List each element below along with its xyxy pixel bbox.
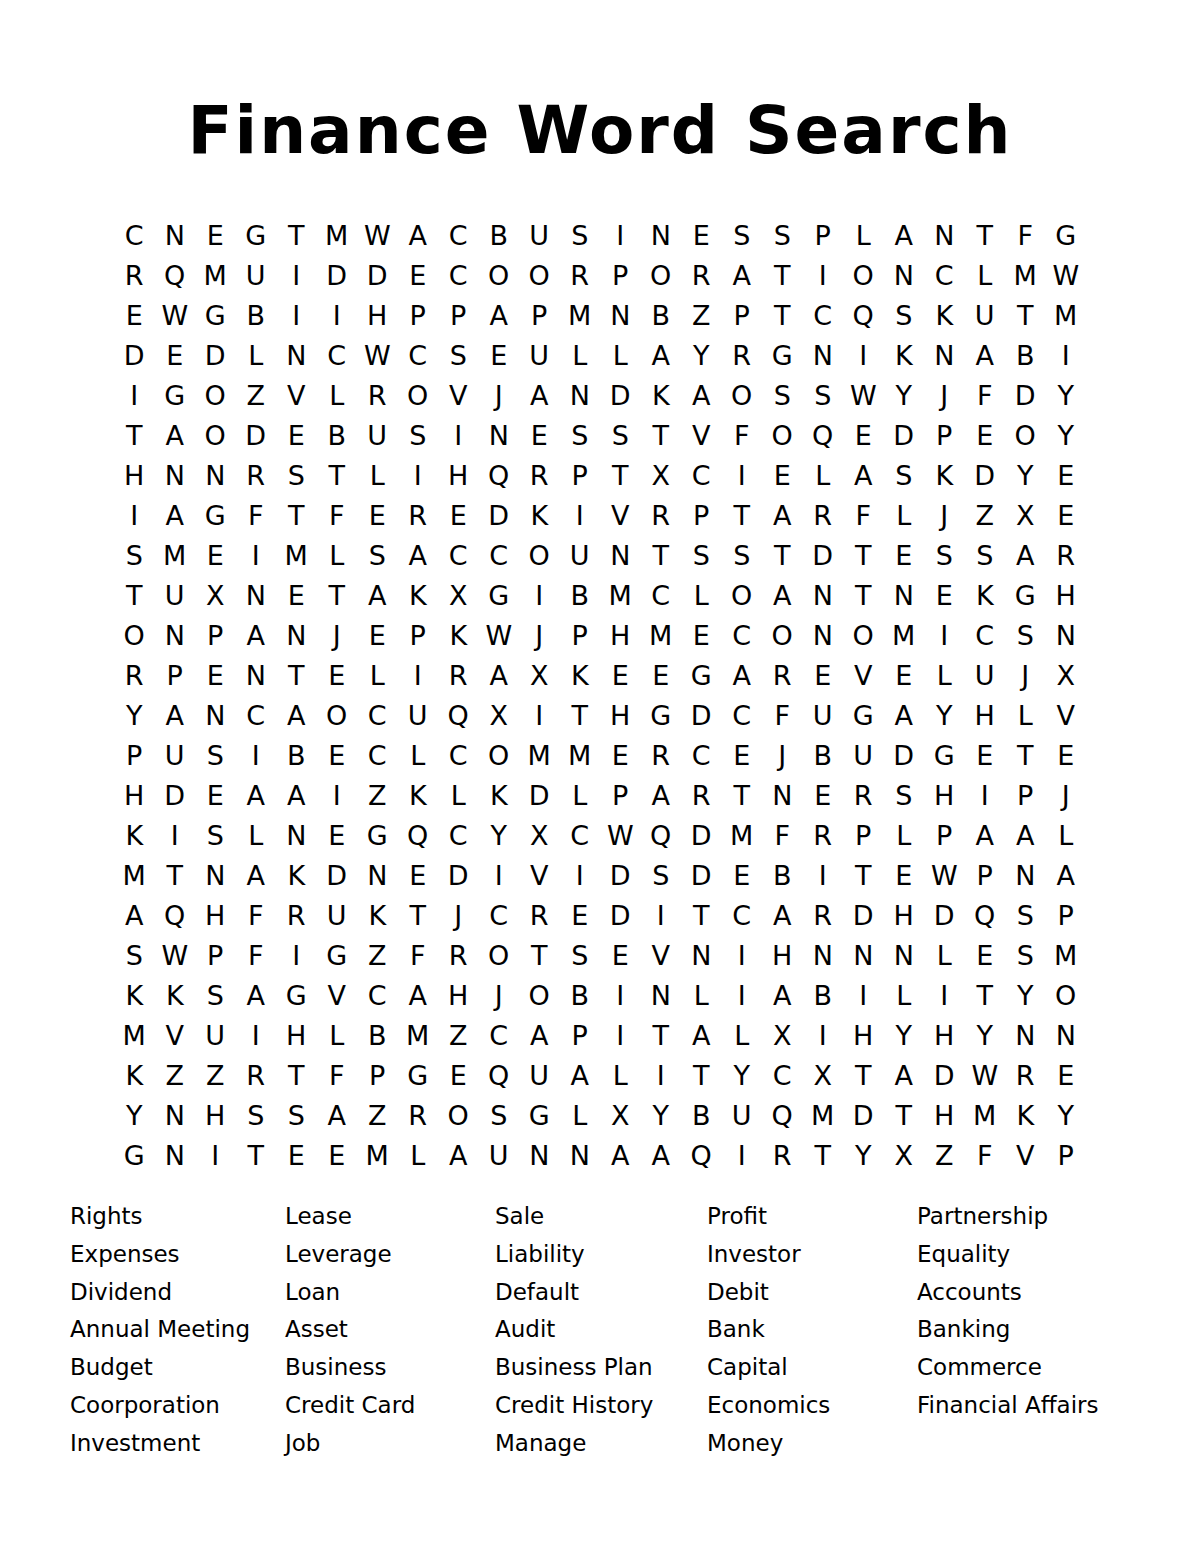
grid-cell[interactable]: X xyxy=(600,1095,641,1135)
grid-cell[interactable]: U xyxy=(155,575,196,615)
grid-cell[interactable]: E xyxy=(762,455,803,495)
grid-cell[interactable]: A xyxy=(762,495,803,535)
grid-cell[interactable]: P xyxy=(965,855,1006,895)
grid-cell[interactable]: S xyxy=(722,535,763,575)
grid-cell[interactable]: N xyxy=(560,375,601,415)
grid-cell[interactable]: C xyxy=(398,335,439,375)
grid-cell[interactable]: V xyxy=(843,655,884,695)
grid-cell[interactable]: R xyxy=(438,655,479,695)
grid-cell[interactable]: S xyxy=(560,415,601,455)
grid-cell[interactable]: H xyxy=(924,775,965,815)
grid-cell[interactable]: P xyxy=(195,615,236,655)
grid-cell[interactable]: U xyxy=(560,535,601,575)
grid-cell[interactable]: L xyxy=(317,1015,358,1055)
grid-cell[interactable]: T xyxy=(762,255,803,295)
grid-cell[interactable]: B xyxy=(479,215,520,255)
grid-cell[interactable]: G xyxy=(681,655,722,695)
grid-cell[interactable]: M xyxy=(357,1135,398,1175)
grid-cell[interactable]: U xyxy=(519,215,560,255)
grid-cell[interactable]: B xyxy=(803,975,844,1015)
grid-cell[interactable]: I xyxy=(641,895,682,935)
grid-cell[interactable]: A xyxy=(479,295,520,335)
grid-cell[interactable]: S xyxy=(762,375,803,415)
grid-cell[interactable]: O xyxy=(195,375,236,415)
grid-cell[interactable]: E xyxy=(195,775,236,815)
grid-cell[interactable]: V xyxy=(1005,1135,1046,1175)
grid-cell[interactable]: R xyxy=(722,335,763,375)
grid-cell[interactable]: L xyxy=(357,655,398,695)
grid-cell[interactable]: A xyxy=(236,615,277,655)
grid-cell[interactable]: J xyxy=(438,895,479,935)
grid-cell[interactable]: S xyxy=(398,415,439,455)
grid-cell[interactable]: A xyxy=(317,1095,358,1135)
grid-cell[interactable]: V xyxy=(438,375,479,415)
grid-cell[interactable]: X xyxy=(438,575,479,615)
grid-cell[interactable]: E xyxy=(479,335,520,375)
grid-cell[interactable]: Y xyxy=(1005,975,1046,1015)
grid-cell[interactable]: E xyxy=(681,215,722,255)
grid-cell[interactable]: I xyxy=(722,455,763,495)
grid-cell[interactable]: D xyxy=(681,695,722,735)
grid-cell[interactable]: I xyxy=(236,735,277,775)
grid-cell[interactable]: J xyxy=(1046,775,1087,815)
grid-cell[interactable]: A xyxy=(357,575,398,615)
grid-cell[interactable]: W xyxy=(1046,255,1087,295)
grid-cell[interactable]: D xyxy=(155,775,196,815)
grid-cell[interactable]: S xyxy=(924,535,965,575)
grid-cell[interactable]: L xyxy=(681,975,722,1015)
grid-cell[interactable]: W xyxy=(357,335,398,375)
grid-cell[interactable]: H xyxy=(114,455,155,495)
grid-cell[interactable]: K xyxy=(155,975,196,1015)
grid-cell[interactable]: N xyxy=(924,215,965,255)
grid-cell[interactable]: C xyxy=(479,535,520,575)
grid-cell[interactable]: L xyxy=(1046,815,1087,855)
grid-cell[interactable]: N xyxy=(641,975,682,1015)
grid-cell[interactable]: A xyxy=(641,1135,682,1175)
grid-cell[interactable]: S xyxy=(479,1095,520,1135)
grid-cell[interactable]: V xyxy=(681,415,722,455)
grid-cell[interactable]: N xyxy=(600,535,641,575)
grid-cell[interactable]: E xyxy=(155,335,196,375)
grid-cell[interactable]: A xyxy=(722,255,763,295)
grid-cell[interactable]: K xyxy=(114,815,155,855)
grid-cell[interactable]: E xyxy=(1046,735,1087,775)
grid-cell[interactable]: M xyxy=(114,1015,155,1055)
grid-cell[interactable]: O xyxy=(843,615,884,655)
grid-cell[interactable]: B xyxy=(317,415,358,455)
grid-cell[interactable]: I xyxy=(236,535,277,575)
grid-cell[interactable]: I xyxy=(317,775,358,815)
grid-cell[interactable]: I xyxy=(924,615,965,655)
grid-cell[interactable]: H xyxy=(924,1095,965,1135)
grid-cell[interactable]: O xyxy=(317,695,358,735)
grid-cell[interactable]: N xyxy=(803,575,844,615)
grid-cell[interactable]: K xyxy=(114,1055,155,1095)
grid-cell[interactable]: C xyxy=(479,895,520,935)
grid-cell[interactable]: S xyxy=(195,815,236,855)
grid-cell[interactable]: E xyxy=(1046,495,1087,535)
grid-cell[interactable]: H xyxy=(357,295,398,335)
grid-cell[interactable]: D xyxy=(681,855,722,895)
grid-cell[interactable]: O xyxy=(722,375,763,415)
grid-cell[interactable]: B xyxy=(762,855,803,895)
grid-cell[interactable]: C xyxy=(722,615,763,655)
grid-cell[interactable]: T xyxy=(398,895,439,935)
grid-cell[interactable]: E xyxy=(722,855,763,895)
grid-cell[interactable]: N xyxy=(803,335,844,375)
grid-cell[interactable]: K xyxy=(398,575,439,615)
grid-cell[interactable]: H xyxy=(924,1015,965,1055)
grid-cell[interactable]: I xyxy=(560,855,601,895)
grid-cell[interactable]: L xyxy=(722,1015,763,1055)
grid-cell[interactable]: S xyxy=(276,455,317,495)
grid-cell[interactable]: P xyxy=(398,615,439,655)
grid-cell[interactable]: I xyxy=(600,975,641,1015)
grid-cell[interactable]: U xyxy=(519,1055,560,1095)
grid-cell[interactable]: Q xyxy=(803,415,844,455)
grid-cell[interactable]: C xyxy=(114,215,155,255)
grid-cell[interactable]: A xyxy=(762,895,803,935)
grid-cell[interactable]: W xyxy=(965,1055,1006,1095)
grid-cell[interactable]: A xyxy=(722,655,763,695)
grid-cell[interactable]: S xyxy=(195,975,236,1015)
grid-cell[interactable]: G xyxy=(195,295,236,335)
grid-cell[interactable]: C xyxy=(722,895,763,935)
grid-cell[interactable]: B xyxy=(560,975,601,1015)
grid-cell[interactable]: O xyxy=(519,255,560,295)
grid-cell[interactable]: A xyxy=(884,215,925,255)
grid-cell[interactable]: C xyxy=(924,255,965,295)
grid-cell[interactable]: F xyxy=(236,935,277,975)
grid-cell[interactable]: P xyxy=(924,815,965,855)
grid-cell[interactable]: U xyxy=(479,1135,520,1175)
grid-cell[interactable]: C xyxy=(762,1055,803,1095)
grid-cell[interactable]: E xyxy=(722,735,763,775)
grid-cell[interactable]: A xyxy=(1046,855,1087,895)
grid-cell[interactable]: T xyxy=(276,655,317,695)
grid-cell[interactable]: T xyxy=(114,575,155,615)
grid-cell[interactable]: Q xyxy=(155,255,196,295)
grid-cell[interactable]: X xyxy=(519,655,560,695)
grid-cell[interactable]: A xyxy=(155,695,196,735)
grid-cell[interactable]: L xyxy=(560,335,601,375)
grid-cell[interactable]: E xyxy=(519,415,560,455)
grid-cell[interactable]: M xyxy=(1005,255,1046,295)
grid-cell[interactable]: Y xyxy=(843,1135,884,1175)
grid-cell[interactable]: F xyxy=(843,495,884,535)
grid-cell[interactable]: N xyxy=(681,935,722,975)
grid-cell[interactable]: N xyxy=(155,615,196,655)
grid-cell[interactable]: Z xyxy=(924,1135,965,1175)
grid-cell[interactable]: L xyxy=(924,655,965,695)
grid-cell[interactable]: X xyxy=(1005,495,1046,535)
grid-cell[interactable]: J xyxy=(479,975,520,1015)
grid-cell[interactable]: G xyxy=(762,335,803,375)
grid-cell[interactable]: D xyxy=(479,495,520,535)
grid-cell[interactable]: G xyxy=(114,1135,155,1175)
grid-cell[interactable]: Y xyxy=(1005,455,1046,495)
grid-cell[interactable]: X xyxy=(1046,655,1087,695)
grid-cell[interactable]: V xyxy=(276,375,317,415)
grid-cell[interactable]: T xyxy=(641,535,682,575)
grid-cell[interactable]: R xyxy=(398,495,439,535)
grid-cell[interactable]: F xyxy=(722,415,763,455)
grid-cell[interactable]: T xyxy=(722,495,763,535)
grid-cell[interactable]: M xyxy=(155,535,196,575)
grid-cell[interactable]: J xyxy=(317,615,358,655)
grid-cell[interactable]: C xyxy=(479,1015,520,1055)
grid-cell[interactable]: M xyxy=(641,615,682,655)
grid-cell[interactable]: O xyxy=(479,255,520,295)
grid-cell[interactable]: F xyxy=(398,935,439,975)
grid-cell[interactable]: J xyxy=(924,375,965,415)
grid-cell[interactable]: K xyxy=(965,575,1006,615)
grid-cell[interactable]: Y xyxy=(114,695,155,735)
grid-cell[interactable]: F xyxy=(317,1055,358,1095)
grid-cell[interactable]: O xyxy=(843,255,884,295)
grid-cell[interactable]: H xyxy=(762,935,803,975)
grid-cell[interactable]: N xyxy=(1005,855,1046,895)
grid-cell[interactable]: S xyxy=(884,295,925,335)
grid-cell[interactable]: N xyxy=(600,295,641,335)
grid-cell[interactable]: D xyxy=(965,455,1006,495)
grid-cell[interactable]: I xyxy=(519,575,560,615)
grid-cell[interactable]: I xyxy=(398,455,439,495)
grid-cell[interactable]: S xyxy=(438,335,479,375)
grid-cell[interactable]: T xyxy=(803,1135,844,1175)
grid-cell[interactable]: N xyxy=(276,815,317,855)
grid-cell[interactable]: D xyxy=(114,335,155,375)
grid-cell[interactable]: I xyxy=(641,1055,682,1095)
grid-cell[interactable]: I xyxy=(438,415,479,455)
grid-cell[interactable]: O xyxy=(519,535,560,575)
grid-cell[interactable]: P xyxy=(560,455,601,495)
grid-cell[interactable]: T xyxy=(560,695,601,735)
grid-cell[interactable]: A xyxy=(600,1135,641,1175)
grid-cell[interactable]: I xyxy=(722,975,763,1015)
grid-cell[interactable]: R xyxy=(1005,1055,1046,1095)
grid-cell[interactable]: T xyxy=(1005,295,1046,335)
grid-cell[interactable]: L xyxy=(357,455,398,495)
grid-cell[interactable]: V xyxy=(600,495,641,535)
grid-cell[interactable]: E xyxy=(317,655,358,695)
grid-cell[interactable]: Z xyxy=(155,1055,196,1095)
grid-cell[interactable]: C xyxy=(438,215,479,255)
grid-cell[interactable]: A xyxy=(236,775,277,815)
grid-cell[interactable]: I xyxy=(1046,335,1087,375)
grid-cell[interactable]: P xyxy=(1046,895,1087,935)
grid-cell[interactable]: G xyxy=(317,935,358,975)
grid-cell[interactable]: I xyxy=(924,975,965,1015)
grid-cell[interactable]: T xyxy=(843,855,884,895)
grid-cell[interactable]: A xyxy=(479,655,520,695)
grid-cell[interactable]: Z xyxy=(357,775,398,815)
grid-cell[interactable]: N xyxy=(803,935,844,975)
grid-cell[interactable]: C xyxy=(438,815,479,855)
grid-cell[interactable]: Y xyxy=(1046,415,1087,455)
grid-cell[interactable]: C xyxy=(965,615,1006,655)
grid-cell[interactable]: A xyxy=(398,975,439,1015)
grid-cell[interactable]: H xyxy=(600,695,641,735)
grid-cell[interactable]: B xyxy=(681,1095,722,1135)
grid-cell[interactable]: S xyxy=(965,535,1006,575)
grid-cell[interactable]: X xyxy=(195,575,236,615)
grid-cell[interactable]: A xyxy=(276,695,317,735)
grid-cell[interactable]: N xyxy=(843,935,884,975)
grid-cell[interactable]: I xyxy=(600,1015,641,1055)
grid-cell[interactable]: I xyxy=(803,255,844,295)
grid-cell[interactable]: I xyxy=(843,335,884,375)
grid-cell[interactable]: I xyxy=(965,775,1006,815)
grid-cell[interactable]: S xyxy=(1005,895,1046,935)
grid-cell[interactable]: D xyxy=(884,415,925,455)
grid-cell[interactable]: N xyxy=(1046,1015,1087,1055)
grid-cell[interactable]: E xyxy=(317,735,358,775)
grid-cell[interactable]: Y xyxy=(924,695,965,735)
grid-cell[interactable]: E xyxy=(1046,455,1087,495)
grid-cell[interactable]: Q xyxy=(155,895,196,935)
grid-cell[interactable]: S xyxy=(560,935,601,975)
grid-cell[interactable]: R xyxy=(762,655,803,695)
grid-cell[interactable]: I xyxy=(479,855,520,895)
grid-cell[interactable]: R xyxy=(560,255,601,295)
grid-cell[interactable]: T xyxy=(641,415,682,455)
grid-cell[interactable]: X xyxy=(641,455,682,495)
grid-cell[interactable]: R xyxy=(438,935,479,975)
grid-cell[interactable]: M xyxy=(803,1095,844,1135)
grid-cell[interactable]: R xyxy=(843,775,884,815)
grid-cell[interactable]: I xyxy=(398,655,439,695)
grid-cell[interactable]: E xyxy=(681,615,722,655)
grid-cell[interactable]: S xyxy=(276,1095,317,1135)
grid-cell[interactable]: J xyxy=(519,615,560,655)
grid-cell[interactable]: P xyxy=(600,255,641,295)
grid-cell[interactable]: V xyxy=(519,855,560,895)
grid-cell[interactable]: O xyxy=(762,415,803,455)
grid-cell[interactable]: O xyxy=(762,615,803,655)
grid-cell[interactable]: Q xyxy=(681,1135,722,1175)
grid-cell[interactable]: R xyxy=(681,775,722,815)
grid-cell[interactable]: C xyxy=(641,575,682,615)
grid-cell[interactable]: I xyxy=(803,855,844,895)
grid-cell[interactable]: N xyxy=(195,695,236,735)
grid-cell[interactable]: M xyxy=(519,735,560,775)
grid-cell[interactable]: N xyxy=(924,335,965,375)
grid-cell[interactable]: L xyxy=(600,335,641,375)
grid-cell[interactable]: S xyxy=(1005,615,1046,655)
grid-cell[interactable]: A xyxy=(519,1015,560,1055)
grid-cell[interactable]: A xyxy=(438,1135,479,1175)
grid-cell[interactable]: U xyxy=(195,1015,236,1055)
grid-cell[interactable]: A xyxy=(1005,815,1046,855)
grid-cell[interactable]: A xyxy=(560,1055,601,1095)
grid-cell[interactable]: T xyxy=(236,1135,277,1175)
grid-cell[interactable]: T xyxy=(276,495,317,535)
grid-cell[interactable]: E xyxy=(438,1055,479,1095)
grid-cell[interactable]: P xyxy=(924,415,965,455)
grid-cell[interactable]: G xyxy=(357,815,398,855)
grid-cell[interactable]: J xyxy=(1005,655,1046,695)
grid-cell[interactable]: P xyxy=(803,215,844,255)
grid-cell[interactable]: L xyxy=(884,495,925,535)
grid-cell[interactable]: L xyxy=(236,335,277,375)
grid-cell[interactable]: T xyxy=(519,935,560,975)
grid-cell[interactable]: U xyxy=(965,655,1006,695)
grid-cell[interactable]: U xyxy=(236,255,277,295)
grid-cell[interactable]: O xyxy=(479,735,520,775)
grid-cell[interactable]: K xyxy=(924,455,965,495)
grid-cell[interactable]: A xyxy=(641,775,682,815)
grid-cell[interactable]: A xyxy=(965,335,1006,375)
grid-cell[interactable]: I xyxy=(722,935,763,975)
grid-cell[interactable]: W xyxy=(600,815,641,855)
grid-cell[interactable]: L xyxy=(317,375,358,415)
grid-cell[interactable]: A xyxy=(762,575,803,615)
grid-cell[interactable]: O xyxy=(519,975,560,1015)
grid-cell[interactable]: T xyxy=(965,215,1006,255)
grid-cell[interactable]: D xyxy=(519,775,560,815)
grid-cell[interactable]: C xyxy=(438,735,479,775)
grid-cell[interactable]: E xyxy=(1046,1055,1087,1095)
grid-cell[interactable]: Y xyxy=(1046,1095,1087,1135)
grid-cell[interactable]: E xyxy=(803,655,844,695)
grid-cell[interactable]: A xyxy=(155,415,196,455)
grid-cell[interactable]: R xyxy=(803,815,844,855)
grid-cell[interactable]: T xyxy=(155,855,196,895)
grid-cell[interactable]: U xyxy=(519,335,560,375)
grid-cell[interactable]: H xyxy=(884,895,925,935)
grid-cell[interactable]: P xyxy=(398,295,439,335)
grid-cell[interactable]: D xyxy=(884,735,925,775)
grid-cell[interactable]: B xyxy=(276,735,317,775)
grid-cell[interactable]: P xyxy=(357,1055,398,1095)
grid-cell[interactable]: P xyxy=(519,295,560,335)
grid-cell[interactable]: A xyxy=(155,495,196,535)
grid-cell[interactable]: L xyxy=(398,1135,439,1175)
grid-cell[interactable]: I xyxy=(803,1015,844,1055)
grid-cell[interactable]: S xyxy=(195,735,236,775)
grid-cell[interactable]: E xyxy=(195,655,236,695)
grid-cell[interactable]: K xyxy=(519,495,560,535)
grid-cell[interactable]: A xyxy=(236,975,277,1015)
grid-cell[interactable]: M xyxy=(600,575,641,615)
grid-cell[interactable]: T xyxy=(843,535,884,575)
grid-cell[interactable]: E xyxy=(843,415,884,455)
grid-cell[interactable]: N xyxy=(236,655,277,695)
grid-cell[interactable]: S xyxy=(762,215,803,255)
grid-cell[interactable]: A xyxy=(114,895,155,935)
grid-cell[interactable]: F xyxy=(762,695,803,735)
grid-cell[interactable]: N xyxy=(155,215,196,255)
grid-cell[interactable]: N xyxy=(236,575,277,615)
grid-cell[interactable]: H xyxy=(965,695,1006,735)
grid-cell[interactable]: V xyxy=(1046,695,1087,735)
grid-cell[interactable]: R xyxy=(236,455,277,495)
grid-cell[interactable]: A xyxy=(681,1015,722,1055)
grid-cell[interactable]: A xyxy=(519,375,560,415)
grid-cell[interactable]: I xyxy=(722,1135,763,1175)
grid-cell[interactable]: F xyxy=(236,895,277,935)
grid-cell[interactable]: A xyxy=(276,775,317,815)
grid-cell[interactable]: D xyxy=(438,855,479,895)
grid-cell[interactable]: Q xyxy=(641,815,682,855)
grid-cell[interactable]: E xyxy=(357,615,398,655)
grid-cell[interactable]: L xyxy=(560,775,601,815)
grid-cell[interactable]: A xyxy=(965,815,1006,855)
grid-cell[interactable]: D xyxy=(600,375,641,415)
grid-cell[interactable]: I xyxy=(317,295,358,335)
